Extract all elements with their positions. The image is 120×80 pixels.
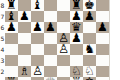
square-h6[interactable]: ♟ [96, 22, 109, 33]
piece-black-king-icon: ♚ [83, 0, 96, 11]
square-b7[interactable]: ♟ [18, 11, 31, 22]
piece-black-bishop-icon: ♝ [31, 0, 44, 11]
square-g3[interactable] [83, 55, 96, 66]
square-c6[interactable]: ♟ [31, 22, 44, 33]
square-f4[interactable] [70, 44, 83, 55]
piece-black-pawn-icon: ♟ [96, 21, 109, 33]
piece-white-pawn-icon: ♙ [57, 43, 70, 55]
square-d8[interactable] [44, 0, 57, 11]
piece-white-pawn-icon: ♙ [31, 65, 44, 77]
square-f6[interactable]: ♛ [70, 22, 83, 33]
piece-black-pawn-icon: ♟ [44, 21, 57, 33]
piece-white-queen-icon: ♕ [44, 76, 57, 80]
square-c1[interactable] [31, 77, 44, 80]
square-f7[interactable]: ♟ [70, 11, 83, 22]
square-f8[interactable]: ♜ [70, 0, 83, 11]
square-d7[interactable] [44, 11, 57, 22]
square-c8[interactable]: ♝ [31, 0, 44, 11]
piece-black-pawn-icon: ♟ [83, 10, 96, 22]
square-b5[interactable] [18, 33, 31, 44]
square-a3[interactable] [5, 55, 18, 66]
square-g2[interactable]: ♘ [83, 66, 96, 77]
square-c7[interactable] [31, 11, 44, 22]
square-g4[interactable]: ♞ [83, 44, 96, 55]
square-d2[interactable] [44, 66, 57, 77]
piece-black-pawn-icon: ♟ [18, 10, 31, 22]
square-d3[interactable] [44, 55, 57, 66]
piece-white-pawn-icon: ♙ [57, 32, 70, 44]
square-a2[interactable] [5, 66, 18, 77]
square-a8[interactable]: ♜ [5, 0, 18, 11]
piece-white-rook-icon: ♖ [70, 76, 83, 80]
piece-black-pawn-icon: ♟ [70, 32, 83, 44]
square-e1[interactable] [57, 77, 70, 80]
square-g8[interactable]: ♚ [83, 0, 96, 11]
square-e4[interactable]: ♙ [57, 44, 70, 55]
chess-board: ♜♝♜♚♝♟♟♟♟♟♟♛♟♙♟♙♞♗♙♘♘♖♕♖♔ [5, 0, 110, 80]
piece-black-bishop-icon: ♝ [5, 10, 18, 22]
square-d6[interactable]: ♟ [44, 22, 57, 33]
square-h5[interactable] [96, 33, 109, 44]
square-h7[interactable] [96, 11, 109, 22]
piece-black-pawn-icon: ♟ [5, 21, 18, 33]
square-h2[interactable] [96, 66, 109, 77]
square-h8[interactable] [96, 0, 109, 11]
square-e3[interactable] [57, 55, 70, 66]
square-g6[interactable] [83, 22, 96, 33]
piece-white-bishop-icon: ♗ [18, 65, 31, 77]
square-d5[interactable] [44, 33, 57, 44]
square-c5[interactable] [31, 33, 44, 44]
piece-black-pawn-icon: ♟ [70, 10, 83, 22]
chess-diagram: 87654321 ♜♝♜♚♝♟♟♟♟♟♟♛♟♙♟♙♞♗♙♘♘♖♕♖♔ [0, 0, 120, 80]
square-h1[interactable] [96, 77, 109, 80]
piece-black-rook-icon: ♜ [5, 0, 18, 11]
square-b2[interactable]: ♗ [18, 66, 31, 77]
square-c3[interactable] [31, 55, 44, 66]
square-e5[interactable]: ♙ [57, 33, 70, 44]
square-a1[interactable]: ♖ [5, 77, 18, 80]
square-g5[interactable] [83, 33, 96, 44]
square-e7[interactable] [57, 11, 70, 22]
piece-white-rook-icon: ♖ [5, 76, 18, 80]
square-h3[interactable] [96, 55, 109, 66]
square-a5[interactable] [5, 33, 18, 44]
piece-black-knight-icon: ♞ [83, 43, 96, 55]
square-c4[interactable] [31, 44, 44, 55]
piece-black-pawn-icon: ♟ [31, 21, 44, 33]
square-b1[interactable] [18, 77, 31, 80]
piece-black-queen-icon: ♛ [70, 21, 83, 33]
piece-black-rook-icon: ♜ [70, 0, 83, 11]
square-f1[interactable]: ♖ [70, 77, 83, 80]
square-a6[interactable]: ♟ [5, 22, 18, 33]
square-e6[interactable] [57, 22, 70, 33]
square-e8[interactable] [57, 0, 70, 11]
square-g7[interactable]: ♟ [83, 11, 96, 22]
square-a4[interactable] [5, 44, 18, 55]
square-f2[interactable]: ♘ [70, 66, 83, 77]
square-b8[interactable] [18, 0, 31, 11]
square-b4[interactable] [18, 44, 31, 55]
piece-white-king-icon: ♔ [83, 76, 96, 80]
square-b3[interactable] [18, 55, 31, 66]
piece-white-knight-icon: ♘ [83, 65, 96, 77]
square-f3[interactable] [70, 55, 83, 66]
piece-white-knight-icon: ♘ [70, 65, 83, 77]
square-e2[interactable] [57, 66, 70, 77]
square-d4[interactable] [44, 44, 57, 55]
square-c2[interactable]: ♙ [31, 66, 44, 77]
square-f5[interactable]: ♟ [70, 33, 83, 44]
square-d1[interactable]: ♕ [44, 77, 57, 80]
square-h4[interactable] [96, 44, 109, 55]
square-g1[interactable]: ♔ [83, 77, 96, 80]
square-b6[interactable] [18, 22, 31, 33]
square-a7[interactable]: ♝ [5, 11, 18, 22]
